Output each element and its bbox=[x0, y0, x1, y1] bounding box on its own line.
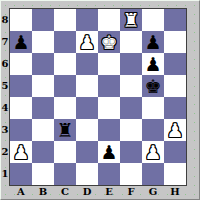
square-g1[interactable] bbox=[142, 163, 164, 185]
square-d7[interactable]: ♟ bbox=[76, 31, 98, 53]
square-c4[interactable] bbox=[54, 97, 76, 119]
square-e3[interactable] bbox=[98, 119, 120, 141]
square-d5[interactable] bbox=[76, 75, 98, 97]
piece-white-king-e7[interactable]: ♚ bbox=[100, 31, 117, 53]
square-c3[interactable]: ♜ bbox=[54, 119, 76, 141]
square-h3[interactable]: ♟ bbox=[164, 119, 186, 141]
square-f6[interactable] bbox=[120, 53, 142, 75]
square-e4[interactable] bbox=[98, 97, 120, 119]
piece-white-pawn-g2[interactable]: ♟ bbox=[144, 141, 161, 163]
square-g7[interactable]: ♟ bbox=[142, 31, 164, 53]
square-h1[interactable] bbox=[164, 163, 186, 185]
rank-label-1: 1 bbox=[1, 163, 9, 185]
square-a7[interactable]: ♟ bbox=[10, 31, 32, 53]
square-d8[interactable] bbox=[76, 9, 98, 31]
piece-white-rook-f8[interactable]: ♜ bbox=[122, 9, 139, 31]
square-d2[interactable] bbox=[76, 141, 98, 163]
square-e5[interactable] bbox=[98, 75, 120, 97]
square-b2[interactable] bbox=[32, 141, 54, 163]
square-a2[interactable]: ♟ bbox=[10, 141, 32, 163]
square-a1[interactable] bbox=[10, 163, 32, 185]
square-a5[interactable] bbox=[10, 75, 32, 97]
square-e8[interactable] bbox=[98, 9, 120, 31]
square-e1[interactable] bbox=[98, 163, 120, 185]
piece-black-rook-c3[interactable]: ♜ bbox=[56, 119, 73, 141]
square-d3[interactable] bbox=[76, 119, 98, 141]
square-h4[interactable] bbox=[164, 97, 186, 119]
piece-white-pawn-a2[interactable]: ♟ bbox=[12, 141, 29, 163]
file-labels: ABCDEFGH bbox=[10, 186, 186, 197]
square-h7[interactable] bbox=[164, 31, 186, 53]
rank-label-6: 6 bbox=[1, 53, 9, 75]
square-a6[interactable] bbox=[10, 53, 32, 75]
file-label-e: E bbox=[98, 186, 120, 197]
file-label-g: G bbox=[142, 186, 164, 197]
square-g2[interactable]: ♟ bbox=[142, 141, 164, 163]
square-c8[interactable] bbox=[54, 9, 76, 31]
square-c5[interactable] bbox=[54, 75, 76, 97]
square-f3[interactable] bbox=[120, 119, 142, 141]
square-g5[interactable]: ♚ bbox=[142, 75, 164, 97]
square-d1[interactable] bbox=[76, 163, 98, 185]
square-c6[interactable] bbox=[54, 53, 76, 75]
square-b6[interactable] bbox=[32, 53, 54, 75]
rank-label-5: 5 bbox=[1, 75, 9, 97]
piece-black-pawn-g6[interactable]: ♟ bbox=[144, 53, 161, 75]
square-e6[interactable] bbox=[98, 53, 120, 75]
square-b5[interactable] bbox=[32, 75, 54, 97]
square-f8[interactable]: ♜ bbox=[120, 9, 142, 31]
square-h8[interactable] bbox=[164, 9, 186, 31]
square-c7[interactable] bbox=[54, 31, 76, 53]
square-f4[interactable] bbox=[120, 97, 142, 119]
file-label-d: D bbox=[76, 186, 98, 197]
square-e7[interactable]: ♚ bbox=[98, 31, 120, 53]
rank-label-7: 7 bbox=[1, 31, 9, 53]
rank-label-8: 8 bbox=[1, 9, 9, 31]
square-e2[interactable]: ♟ bbox=[98, 141, 120, 163]
square-h2[interactable] bbox=[164, 141, 186, 163]
square-c1[interactable] bbox=[54, 163, 76, 185]
square-b7[interactable] bbox=[32, 31, 54, 53]
piece-black-pawn-a7[interactable]: ♟ bbox=[12, 31, 29, 53]
chess-board: ♜♟♟♚♟♟♚♜♟♟♟♟ bbox=[9, 8, 187, 186]
square-f2[interactable] bbox=[120, 141, 142, 163]
rank-label-4: 4 bbox=[1, 97, 9, 119]
file-label-a: A bbox=[10, 186, 32, 197]
file-label-b: B bbox=[32, 186, 54, 197]
square-h6[interactable] bbox=[164, 53, 186, 75]
rank-label-3: 3 bbox=[1, 119, 9, 141]
square-a4[interactable] bbox=[10, 97, 32, 119]
square-a3[interactable] bbox=[10, 119, 32, 141]
square-f7[interactable] bbox=[120, 31, 142, 53]
square-b1[interactable] bbox=[32, 163, 54, 185]
board-frame: 87654321 ♜♟♟♚♟♟♚♜♟♟♟♟ ABCDEFGH bbox=[0, 0, 200, 200]
square-d4[interactable] bbox=[76, 97, 98, 119]
square-g4[interactable] bbox=[142, 97, 164, 119]
square-g6[interactable]: ♟ bbox=[142, 53, 164, 75]
square-g3[interactable] bbox=[142, 119, 164, 141]
piece-white-pawn-d7[interactable]: ♟ bbox=[78, 31, 95, 53]
square-b3[interactable] bbox=[32, 119, 54, 141]
file-label-c: C bbox=[54, 186, 76, 197]
square-c2[interactable] bbox=[54, 141, 76, 163]
square-b4[interactable] bbox=[32, 97, 54, 119]
square-b8[interactable] bbox=[32, 9, 54, 31]
rank-label-2: 2 bbox=[1, 141, 9, 163]
square-a8[interactable] bbox=[10, 9, 32, 31]
piece-black-pawn-g7[interactable]: ♟ bbox=[144, 31, 161, 53]
square-h5[interactable] bbox=[164, 75, 186, 97]
piece-black-king-g5[interactable]: ♚ bbox=[144, 75, 161, 97]
square-f5[interactable] bbox=[120, 75, 142, 97]
square-f1[interactable] bbox=[120, 163, 142, 185]
piece-black-pawn-e2[interactable]: ♟ bbox=[100, 141, 117, 163]
file-label-f: F bbox=[120, 186, 142, 197]
rank-labels: 87654321 bbox=[1, 9, 9, 185]
square-g8[interactable] bbox=[142, 9, 164, 31]
square-d6[interactable] bbox=[76, 53, 98, 75]
file-label-h: H bbox=[164, 186, 186, 197]
piece-white-pawn-h3[interactable]: ♟ bbox=[166, 119, 183, 141]
